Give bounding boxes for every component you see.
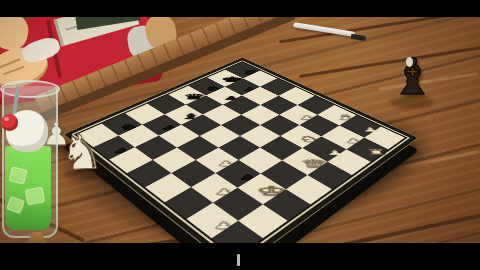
square-e3 [260, 136, 302, 160]
video-progress-tick [237, 254, 240, 266]
piece-white-pawn: ♟ [343, 138, 363, 144]
square-c4: ♟ [196, 148, 239, 174]
bishop-white-finial [406, 57, 413, 67]
letterbox-top [0, 0, 480, 17]
piece-white-king: ♚ [255, 185, 288, 198]
captured-white-knight: ♞ [59, 127, 104, 177]
piece-white-knight: ♞ [297, 135, 321, 143]
square-b2 [213, 187, 263, 220]
piece-white-pawn: ♟ [324, 149, 344, 156]
square-c2: ♚ [237, 173, 285, 204]
square-c5 [177, 136, 219, 160]
piece-white-queen: ♛ [299, 158, 330, 169]
square-d4 [218, 136, 260, 160]
piece-black-pawn: ♟ [237, 174, 257, 182]
piece-white-pawn: ♟ [212, 221, 235, 231]
square-d3 [239, 148, 282, 174]
piece-white-pawn: ♟ [216, 160, 236, 167]
letterbox-bottom [0, 243, 480, 270]
ice-cube [25, 187, 46, 206]
square-b3: ♟ [191, 173, 237, 202]
cherry [1, 114, 18, 131]
piece-white-pawn: ♟ [213, 188, 234, 196]
square-f2: ♟ [302, 136, 346, 161]
glass-rim [0, 80, 60, 98]
anime-chess-scene: ♞♛♞♚♜♟♟♝♟♟♟♟♟♟♞♝♟♚♛♟♟♟♜ ♟ ♞ ♝ [0, 0, 480, 270]
